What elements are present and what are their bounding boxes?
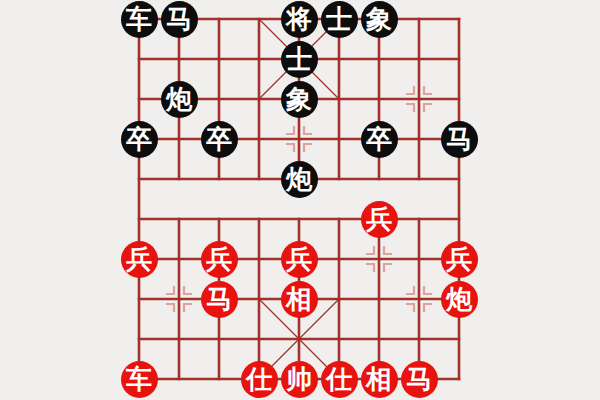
piece-black-horse[interactable]: 马: [161, 1, 198, 38]
piece-black-advisor[interactable]: 士: [321, 1, 358, 38]
piece-black-chariot[interactable]: 车: [121, 1, 158, 38]
piece-red-soldier[interactable]: 兵: [281, 241, 318, 278]
piece-red-advisor[interactable]: 仕: [321, 361, 358, 398]
piece-red-horse[interactable]: 马: [201, 281, 238, 318]
piece-black-soldier[interactable]: 卒: [201, 121, 238, 158]
piece-red-chariot[interactable]: 车: [121, 361, 158, 398]
piece-red-elephant[interactable]: 相: [361, 361, 398, 398]
piece-black-advisor[interactable]: 士: [281, 41, 318, 78]
xiangqi-board[interactable]: 车马将士象士炮象卒卒卒马炮兵兵兵兵兵马相炮车仕帅仕相马: [119, 0, 479, 399]
piece-red-horse[interactable]: 马: [401, 361, 438, 398]
piece-black-elephant[interactable]: 象: [281, 81, 318, 118]
piece-black-soldier[interactable]: 卒: [121, 121, 158, 158]
piece-red-soldier[interactable]: 兵: [441, 241, 478, 278]
board-stage: 车马将士象士炮象卒卒卒马炮兵兵兵兵兵马相炮车仕帅仕相马: [0, 0, 600, 400]
piece-black-horse[interactable]: 马: [441, 121, 478, 158]
piece-red-elephant[interactable]: 相: [281, 281, 318, 318]
piece-red-soldier[interactable]: 兵: [121, 241, 158, 278]
piece-red-soldier[interactable]: 兵: [201, 241, 238, 278]
piece-black-elephant[interactable]: 象: [361, 1, 398, 38]
piece-black-cannon[interactable]: 炮: [161, 81, 198, 118]
piece-red-general[interactable]: 帅: [281, 361, 318, 398]
piece-black-general[interactable]: 将: [281, 1, 318, 38]
piece-red-cannon[interactable]: 炮: [441, 281, 478, 318]
piece-black-soldier[interactable]: 卒: [361, 121, 398, 158]
piece-red-soldier[interactable]: 兵: [361, 201, 398, 238]
piece-black-cannon[interactable]: 炮: [281, 161, 318, 198]
piece-red-advisor[interactable]: 仕: [241, 361, 278, 398]
